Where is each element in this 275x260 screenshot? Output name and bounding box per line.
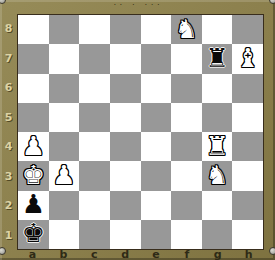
square-e7[interactable]: [141, 44, 172, 73]
square-d6[interactable]: [110, 74, 141, 103]
chess-board-frame: ·· · ··· 87654321 ♞♜♝♟♜♚♟♞♟♚ abcdefgh: [0, 0, 275, 260]
file-label-g: g: [202, 249, 233, 260]
square-f7[interactable]: [171, 44, 202, 73]
square-f4[interactable]: [171, 132, 202, 161]
square-e2[interactable]: [141, 191, 172, 220]
rank-label-8: 8: [0, 14, 17, 44]
square-g6[interactable]: [202, 74, 233, 103]
file-label-c: c: [79, 249, 110, 260]
rank-label-5: 5: [0, 103, 17, 133]
square-f8[interactable]: ♞: [171, 15, 202, 44]
square-c1[interactable]: [79, 220, 110, 249]
square-d8[interactable]: [110, 15, 141, 44]
square-b8[interactable]: [49, 15, 80, 44]
rank-label-7: 7: [0, 44, 17, 74]
square-c7[interactable]: [79, 44, 110, 73]
white-knight[interactable]: ♞: [205, 162, 228, 188]
file-label-d: d: [110, 249, 141, 260]
square-a6[interactable]: [18, 74, 49, 103]
square-d7[interactable]: [110, 44, 141, 73]
square-g2[interactable]: [202, 191, 233, 220]
square-b2[interactable]: [49, 191, 80, 220]
square-g3[interactable]: ♞: [202, 161, 233, 190]
square-a2[interactable]: ♟: [18, 191, 49, 220]
rank-label-2: 2: [0, 191, 17, 221]
square-f5[interactable]: [171, 103, 202, 132]
black-rook[interactable]: ♜: [205, 45, 228, 71]
square-d4[interactable]: [110, 132, 141, 161]
file-label-f: f: [171, 249, 202, 260]
square-h5[interactable]: [232, 103, 263, 132]
square-b1[interactable]: [49, 220, 80, 249]
frame-top-marking: ·· · ···: [0, 1, 275, 9]
square-f2[interactable]: [171, 191, 202, 220]
rank-label-3: 3: [0, 162, 17, 192]
square-g7[interactable]: ♜: [202, 44, 233, 73]
white-pawn[interactable]: ♟: [22, 133, 45, 159]
white-bishop[interactable]: ♝: [236, 45, 259, 71]
square-c5[interactable]: [79, 103, 110, 132]
file-labels: abcdefgh: [17, 249, 264, 260]
file-label-e: e: [141, 249, 172, 260]
square-a8[interactable]: [18, 15, 49, 44]
square-a7[interactable]: [18, 44, 49, 73]
square-a5[interactable]: [18, 103, 49, 132]
board: ♞♜♝♟♜♚♟♞♟♚: [17, 14, 264, 250]
square-h4[interactable]: [232, 132, 263, 161]
square-e8[interactable]: [141, 15, 172, 44]
white-pawn[interactable]: ♟: [52, 162, 75, 188]
rank-labels: 87654321: [0, 14, 17, 250]
black-king[interactable]: ♚: [22, 220, 45, 246]
square-g1[interactable]: [202, 220, 233, 249]
rank-label-4: 4: [0, 132, 17, 162]
square-a4[interactable]: ♟: [18, 132, 49, 161]
corner-pin-top-right: [269, 0, 275, 4]
black-pawn[interactable]: ♟: [22, 191, 45, 217]
square-h1[interactable]: [232, 220, 263, 249]
square-d2[interactable]: [110, 191, 141, 220]
square-a1[interactable]: ♚: [18, 220, 49, 249]
square-d1[interactable]: [110, 220, 141, 249]
corner-pin-bottom-right: [269, 247, 275, 255]
rank-label-1: 1: [0, 221, 17, 251]
square-h6[interactable]: [232, 74, 263, 103]
square-e5[interactable]: [141, 103, 172, 132]
square-a3[interactable]: ♚: [18, 161, 49, 190]
square-h3[interactable]: [232, 161, 263, 190]
file-label-a: a: [17, 249, 48, 260]
white-rook[interactable]: ♜: [205, 133, 228, 159]
square-h2[interactable]: [232, 191, 263, 220]
square-c8[interactable]: [79, 15, 110, 44]
square-g5[interactable]: [202, 103, 233, 132]
square-e3[interactable]: [141, 161, 172, 190]
square-b6[interactable]: [49, 74, 80, 103]
square-h8[interactable]: [232, 15, 263, 44]
square-c3[interactable]: [79, 161, 110, 190]
square-e4[interactable]: [141, 132, 172, 161]
square-c2[interactable]: [79, 191, 110, 220]
square-f6[interactable]: [171, 74, 202, 103]
square-f1[interactable]: [171, 220, 202, 249]
white-king[interactable]: ♚: [22, 162, 45, 188]
square-d5[interactable]: [110, 103, 141, 132]
file-label-b: b: [48, 249, 79, 260]
square-d3[interactable]: [110, 161, 141, 190]
square-g4[interactable]: ♜: [202, 132, 233, 161]
square-b5[interactable]: [49, 103, 80, 132]
square-f3[interactable]: [171, 161, 202, 190]
square-g8[interactable]: [202, 15, 233, 44]
square-c6[interactable]: [79, 74, 110, 103]
rank-label-6: 6: [0, 73, 17, 103]
white-knight[interactable]: ♞: [175, 16, 198, 42]
square-e6[interactable]: [141, 74, 172, 103]
square-e1[interactable]: [141, 220, 172, 249]
square-h7[interactable]: ♝: [232, 44, 263, 73]
square-b3[interactable]: ♟: [49, 161, 80, 190]
file-label-h: h: [233, 249, 264, 260]
square-c4[interactable]: [79, 132, 110, 161]
square-b7[interactable]: [49, 44, 80, 73]
square-b4[interactable]: [49, 132, 80, 161]
